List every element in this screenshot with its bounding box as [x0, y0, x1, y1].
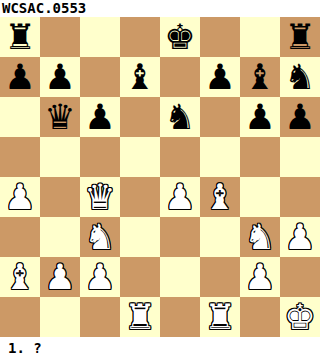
white-queen-piece: ♛: [84, 177, 115, 217]
square-b8[interactable]: [40, 17, 80, 57]
square-e3[interactable]: [160, 217, 200, 257]
square-d5[interactable]: [120, 137, 160, 177]
white-pawn-piece: ♟: [4, 177, 35, 217]
square-d8[interactable]: [120, 17, 160, 57]
square-f6[interactable]: [200, 97, 240, 137]
square-a7[interactable]: ♟: [0, 57, 40, 97]
square-c8[interactable]: [80, 17, 120, 57]
white-pawn-piece: ♟: [44, 257, 75, 297]
square-h8[interactable]: ♜: [280, 17, 320, 57]
square-h5[interactable]: [280, 137, 320, 177]
black-bishop-piece: ♝: [124, 57, 155, 97]
square-b7[interactable]: ♟: [40, 57, 80, 97]
square-e5[interactable]: [160, 137, 200, 177]
square-a4[interactable]: ♟: [0, 177, 40, 217]
black-pawn-piece: ♟: [84, 97, 115, 137]
square-e1[interactable]: [160, 297, 200, 337]
square-f8[interactable]: [200, 17, 240, 57]
square-c4[interactable]: ♛: [80, 177, 120, 217]
square-g3[interactable]: ♞: [240, 217, 280, 257]
square-e7[interactable]: [160, 57, 200, 97]
square-f5[interactable]: [200, 137, 240, 177]
white-rook-piece: ♜: [124, 297, 155, 337]
square-b5[interactable]: [40, 137, 80, 177]
square-d3[interactable]: [120, 217, 160, 257]
black-rook-piece: ♜: [284, 17, 315, 57]
square-d2[interactable]: [120, 257, 160, 297]
square-a3[interactable]: [0, 217, 40, 257]
square-h7[interactable]: ♞: [280, 57, 320, 97]
black-pawn-piece: ♟: [44, 57, 75, 97]
square-e8[interactable]: ♚: [160, 17, 200, 57]
square-b1[interactable]: [40, 297, 80, 337]
black-pawn-piece: ♟: [4, 57, 35, 97]
square-g1[interactable]: [240, 297, 280, 337]
square-f4[interactable]: ♝: [200, 177, 240, 217]
square-g6[interactable]: ♟: [240, 97, 280, 137]
square-b4[interactable]: [40, 177, 80, 217]
square-c2[interactable]: ♟: [80, 257, 120, 297]
white-bishop-piece: ♝: [4, 257, 35, 297]
square-a2[interactable]: ♝: [0, 257, 40, 297]
square-h3[interactable]: ♟: [280, 217, 320, 257]
white-knight-piece: ♞: [84, 217, 115, 257]
square-d6[interactable]: [120, 97, 160, 137]
square-b6[interactable]: ♛: [40, 97, 80, 137]
square-a8[interactable]: ♜: [0, 17, 40, 57]
square-a5[interactable]: [0, 137, 40, 177]
white-pawn-piece: ♟: [84, 257, 115, 297]
black-rook-piece: ♜: [4, 17, 35, 57]
white-bishop-piece: ♝: [204, 177, 235, 217]
square-f7[interactable]: ♟: [200, 57, 240, 97]
black-king-piece: ♚: [164, 17, 195, 57]
square-f2[interactable]: [200, 257, 240, 297]
square-h6[interactable]: ♟: [280, 97, 320, 137]
square-c1[interactable]: [80, 297, 120, 337]
square-g8[interactable]: [240, 17, 280, 57]
square-c5[interactable]: [80, 137, 120, 177]
square-f3[interactable]: [200, 217, 240, 257]
puzzle-title: WCSAC.0553: [0, 0, 320, 17]
white-knight-piece: ♞: [244, 217, 275, 257]
square-c3[interactable]: ♞: [80, 217, 120, 257]
square-g7[interactable]: ♝: [240, 57, 280, 97]
square-f1[interactable]: ♜: [200, 297, 240, 337]
black-pawn-piece: ♟: [244, 97, 275, 137]
square-e2[interactable]: [160, 257, 200, 297]
square-e4[interactable]: ♟: [160, 177, 200, 217]
square-h4[interactable]: [280, 177, 320, 217]
white-pawn-piece: ♟: [244, 257, 275, 297]
black-bishop-piece: ♝: [244, 57, 275, 97]
square-d1[interactable]: ♜: [120, 297, 160, 337]
square-c7[interactable]: [80, 57, 120, 97]
black-pawn-piece: ♟: [284, 97, 315, 137]
square-g5[interactable]: [240, 137, 280, 177]
white-rook-piece: ♜: [204, 297, 235, 337]
black-queen-piece: ♛: [44, 97, 75, 137]
square-h2[interactable]: [280, 257, 320, 297]
square-c6[interactable]: ♟: [80, 97, 120, 137]
black-pawn-piece: ♟: [204, 57, 235, 97]
square-h1[interactable]: ♚: [280, 297, 320, 337]
white-pawn-piece: ♟: [164, 177, 195, 217]
white-king-piece: ♚: [284, 297, 315, 337]
square-e6[interactable]: ♞: [160, 97, 200, 137]
move-prompt: 1. ?: [0, 337, 320, 359]
white-pawn-piece: ♟: [284, 217, 315, 257]
square-b2[interactable]: ♟: [40, 257, 80, 297]
black-knight-piece: ♞: [284, 57, 315, 97]
square-d7[interactable]: ♝: [120, 57, 160, 97]
square-d4[interactable]: [120, 177, 160, 217]
square-g4[interactable]: [240, 177, 280, 217]
square-b3[interactable]: [40, 217, 80, 257]
chess-board: ♜♚♜♟♟♝♟♝♞♛♟♞♟♟♟♛♟♝♞♞♟♝♟♟♟♜♜♚: [0, 17, 320, 337]
black-knight-piece: ♞: [164, 97, 195, 137]
square-a6[interactable]: [0, 97, 40, 137]
square-a1[interactable]: [0, 297, 40, 337]
square-g2[interactable]: ♟: [240, 257, 280, 297]
